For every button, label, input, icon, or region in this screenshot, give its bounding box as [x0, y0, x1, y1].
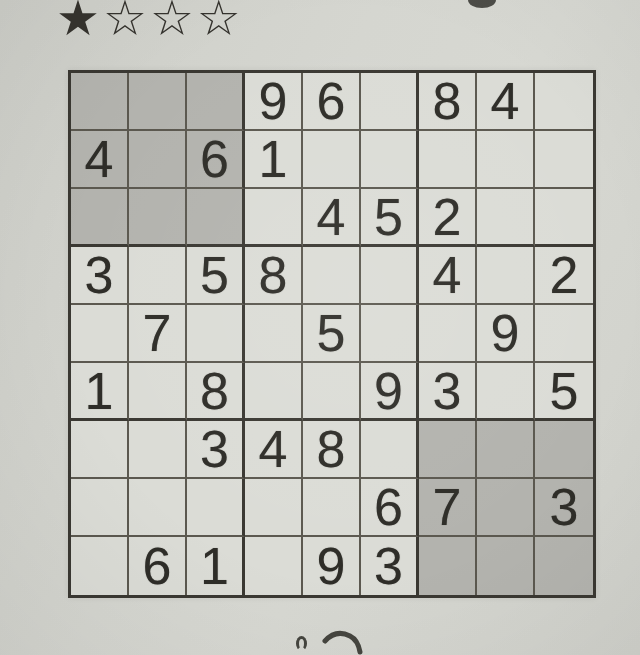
cell-r8c7: 7 [419, 479, 477, 537]
cell-r6c4 [245, 363, 303, 421]
cell-r3c9 [535, 189, 593, 247]
cell-r3c1 [71, 189, 129, 247]
cell-r1c7: 8 [419, 73, 477, 131]
book-page-photo: ★☆☆☆ 968446145235842759189353486736193 [0, 0, 640, 655]
cell-r6c5 [303, 363, 361, 421]
cell-r2c4: 1 [245, 131, 303, 189]
cell-r2c6 [361, 131, 419, 189]
cell-r8c9: 3 [535, 479, 593, 537]
cell-r7c3: 3 [187, 421, 245, 479]
cell-r1c2 [129, 73, 187, 131]
cell-r2c8 [477, 131, 535, 189]
cell-r6c2 [129, 363, 187, 421]
cell-r5c6 [361, 305, 419, 363]
cell-r9c4 [245, 537, 303, 595]
cell-r4c3: 5 [187, 247, 245, 305]
cell-r5c9 [535, 305, 593, 363]
cell-r6c6: 9 [361, 363, 419, 421]
cell-r3c2 [129, 189, 187, 247]
cell-r1c8: 4 [477, 73, 535, 131]
cell-r5c8: 9 [477, 305, 535, 363]
cell-r8c6: 6 [361, 479, 419, 537]
cell-r1c3 [187, 73, 245, 131]
star-filled-icon: ★ [56, 0, 103, 44]
cell-r2c3: 6 [187, 131, 245, 189]
cell-r6c7: 3 [419, 363, 477, 421]
cell-r4c9: 2 [535, 247, 593, 305]
cell-r7c7 [419, 421, 477, 479]
cell-r2c2 [129, 131, 187, 189]
cell-r5c4 [245, 305, 303, 363]
cell-r5c3 [187, 305, 245, 363]
cell-r6c3: 8 [187, 363, 245, 421]
cell-r3c8 [477, 189, 535, 247]
cell-r4c8 [477, 247, 535, 305]
cutoff-top-graphic [468, 0, 496, 8]
cell-r6c9: 5 [535, 363, 593, 421]
cell-r1c1 [71, 73, 129, 131]
cell-r7c9 [535, 421, 593, 479]
star-empty-icon: ☆ [103, 0, 150, 44]
cell-r4c7: 4 [419, 247, 477, 305]
cell-r4c5 [303, 247, 361, 305]
cell-r4c2 [129, 247, 187, 305]
cell-r9c1 [71, 537, 129, 595]
difficulty-rating: ★☆☆☆ [56, 0, 244, 44]
cell-r1c6 [361, 73, 419, 131]
curved-stroke-icon [322, 630, 364, 655]
cutoff-bottom-graphic [296, 630, 376, 655]
cell-r9c9 [535, 537, 593, 595]
cell-r9c5: 9 [303, 537, 361, 595]
cell-r1c9 [535, 73, 593, 131]
cell-r4c6 [361, 247, 419, 305]
cell-r5c7 [419, 305, 477, 363]
cell-r9c8 [477, 537, 535, 595]
cell-r5c2: 7 [129, 305, 187, 363]
cell-r6c1: 1 [71, 363, 129, 421]
cell-r4c4: 8 [245, 247, 303, 305]
cell-r2c1: 4 [71, 131, 129, 189]
star-empty-icon: ☆ [197, 0, 244, 44]
cell-r8c2 [129, 479, 187, 537]
cell-r8c5 [303, 479, 361, 537]
cell-r3c7: 2 [419, 189, 477, 247]
cell-r3c3 [187, 189, 245, 247]
cell-r2c5 [303, 131, 361, 189]
cell-r3c4 [245, 189, 303, 247]
cell-r9c7 [419, 537, 477, 595]
cell-r5c5: 5 [303, 305, 361, 363]
small-circle-icon [296, 636, 307, 651]
cell-r7c4: 4 [245, 421, 303, 479]
star-empty-icon: ☆ [150, 0, 197, 44]
sudoku-board: 968446145235842759189353486736193 [68, 70, 596, 598]
cell-r8c8 [477, 479, 535, 537]
cell-r4c1: 3 [71, 247, 129, 305]
cell-r7c2 [129, 421, 187, 479]
cell-r7c5: 8 [303, 421, 361, 479]
cell-r9c3: 1 [187, 537, 245, 595]
cell-r3c6: 5 [361, 189, 419, 247]
cell-r2c7 [419, 131, 477, 189]
cell-r2c9 [535, 131, 593, 189]
cell-r7c1 [71, 421, 129, 479]
cell-r1c5: 6 [303, 73, 361, 131]
cell-r7c6 [361, 421, 419, 479]
cell-r1c4: 9 [245, 73, 303, 131]
cell-r6c8 [477, 363, 535, 421]
cell-r8c1 [71, 479, 129, 537]
cell-r9c6: 3 [361, 537, 419, 595]
cell-r8c3 [187, 479, 245, 537]
cell-r8c4 [245, 479, 303, 537]
cell-r7c8 [477, 421, 535, 479]
cell-r9c2: 6 [129, 537, 187, 595]
cell-r3c5: 4 [303, 189, 361, 247]
cell-r5c1 [71, 305, 129, 363]
